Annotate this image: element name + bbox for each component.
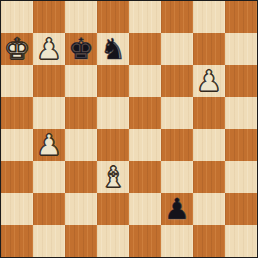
square-a8[interactable] xyxy=(1,1,33,33)
square-e4[interactable] xyxy=(129,129,161,161)
chess-board: ♚♟♚♞♟♟♝♟ xyxy=(0,0,258,258)
square-b2[interactable] xyxy=(33,193,65,225)
square-d1[interactable] xyxy=(97,225,129,257)
square-a2[interactable] xyxy=(1,193,33,225)
square-d2[interactable] xyxy=(97,193,129,225)
square-e6[interactable] xyxy=(129,65,161,97)
square-h6[interactable] xyxy=(225,65,257,97)
square-c2[interactable] xyxy=(65,193,97,225)
square-b6[interactable] xyxy=(33,65,65,97)
square-d6[interactable] xyxy=(97,65,129,97)
square-g8[interactable] xyxy=(193,1,225,33)
square-h1[interactable] xyxy=(225,225,257,257)
square-a6[interactable] xyxy=(1,65,33,97)
square-f3[interactable] xyxy=(161,161,193,193)
square-b8[interactable] xyxy=(33,1,65,33)
white-bishop[interactable]: ♝ xyxy=(100,161,126,193)
square-f1[interactable] xyxy=(161,225,193,257)
white-king[interactable]: ♚ xyxy=(4,33,30,65)
square-g7[interactable] xyxy=(193,33,225,65)
square-b5[interactable] xyxy=(33,97,65,129)
square-e1[interactable] xyxy=(129,225,161,257)
white-pawn[interactable]: ♟ xyxy=(196,65,222,97)
square-a7[interactable]: ♚ xyxy=(1,33,33,65)
square-c4[interactable] xyxy=(65,129,97,161)
square-b7[interactable]: ♟ xyxy=(33,33,65,65)
square-a4[interactable] xyxy=(1,129,33,161)
square-d7[interactable]: ♞ xyxy=(97,33,129,65)
square-d4[interactable] xyxy=(97,129,129,161)
square-h3[interactable] xyxy=(225,161,257,193)
square-b1[interactable] xyxy=(33,225,65,257)
square-e5[interactable] xyxy=(129,97,161,129)
square-g4[interactable] xyxy=(193,129,225,161)
square-d3[interactable]: ♝ xyxy=(97,161,129,193)
square-c5[interactable] xyxy=(65,97,97,129)
square-g3[interactable] xyxy=(193,161,225,193)
square-b3[interactable] xyxy=(33,161,65,193)
square-f8[interactable] xyxy=(161,1,193,33)
square-h4[interactable] xyxy=(225,129,257,161)
square-c3[interactable] xyxy=(65,161,97,193)
square-e3[interactable] xyxy=(129,161,161,193)
square-g2[interactable] xyxy=(193,193,225,225)
square-a5[interactable] xyxy=(1,97,33,129)
black-king[interactable]: ♚ xyxy=(68,33,94,65)
square-h8[interactable] xyxy=(225,1,257,33)
square-e8[interactable] xyxy=(129,1,161,33)
square-g1[interactable] xyxy=(193,225,225,257)
square-a3[interactable] xyxy=(1,161,33,193)
square-f6[interactable] xyxy=(161,65,193,97)
square-d8[interactable] xyxy=(97,1,129,33)
square-f2[interactable]: ♟ xyxy=(161,193,193,225)
square-c6[interactable] xyxy=(65,65,97,97)
square-e7[interactable] xyxy=(129,33,161,65)
square-h5[interactable] xyxy=(225,97,257,129)
square-f5[interactable] xyxy=(161,97,193,129)
white-pawn[interactable]: ♟ xyxy=(36,129,62,161)
square-g6[interactable]: ♟ xyxy=(193,65,225,97)
black-knight[interactable]: ♞ xyxy=(100,33,126,65)
square-g5[interactable] xyxy=(193,97,225,129)
square-b4[interactable]: ♟ xyxy=(33,129,65,161)
square-c8[interactable] xyxy=(65,1,97,33)
square-e2[interactable] xyxy=(129,193,161,225)
square-h7[interactable] xyxy=(225,33,257,65)
square-f7[interactable] xyxy=(161,33,193,65)
square-a1[interactable] xyxy=(1,225,33,257)
square-f4[interactable] xyxy=(161,129,193,161)
black-pawn[interactable]: ♟ xyxy=(164,193,190,225)
square-c1[interactable] xyxy=(65,225,97,257)
white-pawn[interactable]: ♟ xyxy=(36,33,62,65)
square-d5[interactable] xyxy=(97,97,129,129)
square-h2[interactable] xyxy=(225,193,257,225)
square-c7[interactable]: ♚ xyxy=(65,33,97,65)
